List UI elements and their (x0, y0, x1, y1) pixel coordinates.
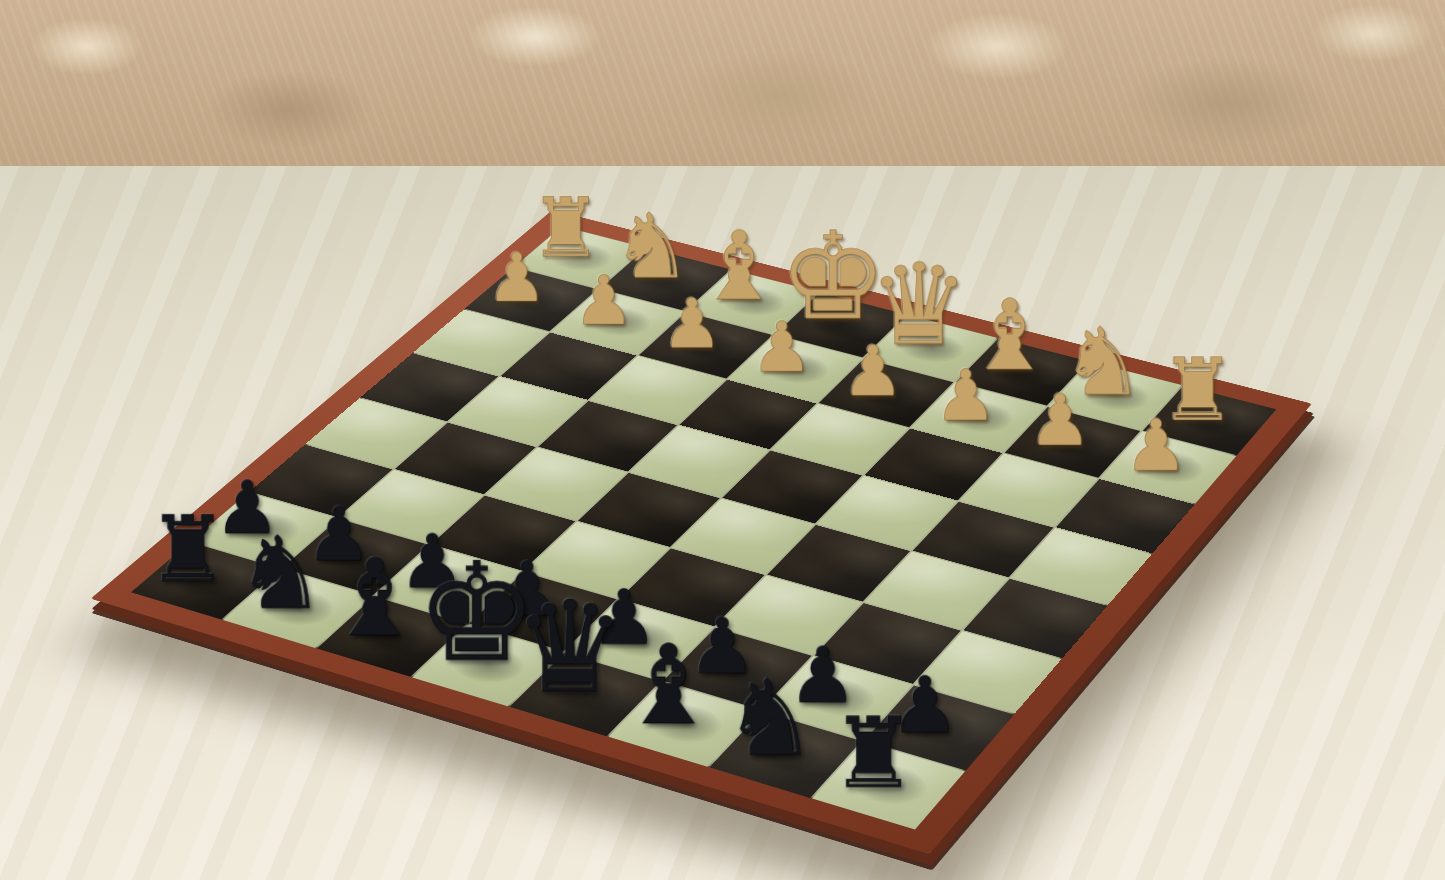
piece-black-pawn: ♟ (378, 524, 485, 598)
chess-set: ♜♞♝♚♛♝♞♜♟♟♟♟♟♟♟♟♟♟♟♟♟♟♟♟♜♞♝♚♛♝♞♜ (90, 210, 1311, 854)
piece-white-king: ♚ (778, 216, 876, 337)
photo-scene: ♜♞♝♚♛♝♞♜♟♟♟♟♟♟♟♟♟♟♟♟♟♟♟♟♜♞♝♚♛♝♞♜ (0, 0, 1445, 880)
piece-white-bishop: ♝ (959, 287, 1059, 385)
perspective-container: ♜♞♝♚♛♝♞♜♟♟♟♟♟♟♟♟♟♟♟♟♟♟♟♟♜♞♝♚♛♝♞♜ (0, 0, 1445, 880)
piece-white-rook: ♜ (517, 188, 613, 269)
wooden-frame: ♜♞♝♚♛♝♞♜♟♟♟♟♟♟♟♟♟♟♟♟♟♟♟♟♜♞♝♚♛♝♞♜ (90, 210, 1311, 854)
piece-black-pawn: ♟ (194, 471, 300, 544)
square-h8: ♜ (130, 542, 278, 620)
chess-board: ♜♞♝♚♛♝♞♜♟♟♟♟♟♟♟♟♟♟♟♟♟♟♟♟♜♞♝♚♛♝♞♜ (130, 226, 1275, 829)
piece-white-queen: ♛ (868, 248, 967, 361)
